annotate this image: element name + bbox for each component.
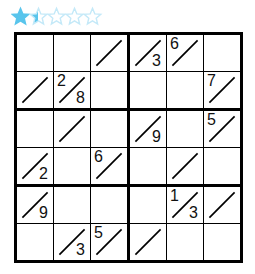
cell-r1c5[interactable]: 6: [167, 35, 204, 72]
diagonal-slash: [54, 224, 90, 260]
cell-r5c4[interactable]: [130, 187, 167, 224]
cell-r2c5[interactable]: [167, 72, 204, 111]
given-digit-top: 2: [57, 73, 66, 89]
given-digit-top: 6: [94, 149, 103, 165]
cell-r4c6[interactable]: [204, 148, 240, 187]
diagonal-slash: [204, 111, 240, 147]
diagonal-slash: [130, 111, 166, 147]
cell-r5c3[interactable]: [91, 187, 130, 224]
cell-r6c6[interactable]: [204, 224, 240, 260]
star-3-icon: [48, 8, 65, 24]
star-2-icon: [30, 8, 47, 24]
diagonal-slash: [204, 72, 240, 108]
given-digit-bottom: 2: [39, 166, 48, 182]
puzzle-board: 36287952691335: [14, 32, 243, 263]
diagonal-slash: [17, 72, 53, 108]
cell-r5c6[interactable]: [204, 187, 240, 224]
cell-r5c1[interactable]: 9: [17, 187, 54, 224]
diagonal-slash: [167, 148, 203, 184]
cell-r2c1[interactable]: [17, 72, 54, 111]
cell-r1c2[interactable]: [54, 35, 91, 72]
star-5-icon: [84, 8, 101, 24]
given-digit-bottom: 9: [152, 129, 161, 145]
cell-r4c2[interactable]: [54, 148, 91, 187]
cell-r3c1[interactable]: [17, 111, 54, 148]
diagonal-slash: [91, 148, 127, 184]
cell-r4c5[interactable]: [167, 148, 204, 187]
diagonal-slash: [54, 72, 90, 108]
cell-r2c3[interactable]: [91, 72, 130, 111]
cell-r3c2[interactable]: [54, 111, 91, 148]
diagonal-slash: [91, 35, 127, 71]
diagonal-slash: [91, 224, 127, 260]
cell-r3c5[interactable]: [167, 111, 204, 148]
given-digit-bottom: 8: [76, 90, 85, 106]
cell-r1c3[interactable]: [91, 35, 130, 72]
cell-r6c2[interactable]: 3: [54, 224, 91, 260]
star-4-icon: [66, 8, 83, 24]
cell-r4c3[interactable]: 6: [91, 148, 130, 187]
cell-r6c3[interactable]: 5: [91, 224, 130, 260]
cell-r3c6[interactable]: 5: [204, 111, 240, 148]
difficulty-stars: [11, 6, 103, 27]
given-digit-bottom: 9: [39, 205, 48, 221]
diagonal-slash: [130, 35, 166, 71]
given-digit-top: 1: [170, 188, 179, 204]
cell-r4c1[interactable]: 2: [17, 148, 54, 187]
diagonal-slash: [17, 187, 53, 223]
given-digit-top: 5: [207, 112, 216, 128]
star-1-icon: [12, 8, 29, 24]
cell-r2c4[interactable]: [130, 72, 167, 111]
cell-r6c1[interactable]: [17, 224, 54, 260]
given-digit-bottom: 3: [189, 205, 198, 221]
cell-r4c4[interactable]: [130, 148, 167, 187]
given-digit-top: 7: [207, 73, 216, 89]
cell-r2c6[interactable]: 7: [204, 72, 240, 111]
cell-r5c5[interactable]: 13: [167, 187, 204, 224]
diagonal-slash: [54, 111, 90, 147]
cell-r1c1[interactable]: [17, 35, 54, 72]
cell-r2c2[interactable]: 28: [54, 72, 91, 111]
diagonal-slash: [167, 35, 203, 71]
puzzle-page: 36287952691335: [0, 0, 255, 274]
given-digit-top: 6: [170, 36, 179, 52]
diagonal-slash: [204, 187, 240, 223]
given-digit-bottom: 3: [76, 242, 85, 258]
diagonal-slash: [167, 187, 203, 223]
diagonal-slash: [17, 148, 53, 184]
diagonal-slash: [130, 224, 166, 260]
cell-r6c4[interactable]: [130, 224, 167, 260]
cell-r6c5[interactable]: [167, 224, 204, 260]
cell-r3c3[interactable]: [91, 111, 130, 148]
cell-r5c2[interactable]: [54, 187, 91, 224]
given-digit-top: 5: [94, 225, 103, 241]
cell-r3c4[interactable]: 9: [130, 111, 167, 148]
cell-r1c4[interactable]: 3: [130, 35, 167, 72]
given-digit-bottom: 3: [152, 53, 161, 69]
cell-r1c6[interactable]: [204, 35, 240, 72]
